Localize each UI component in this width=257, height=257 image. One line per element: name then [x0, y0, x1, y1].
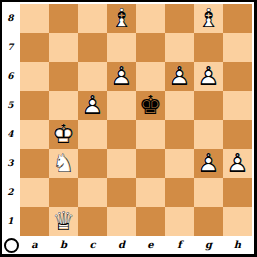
square-e1[interactable] — [136, 207, 165, 236]
chess-diagram: ♝︎♗︎♝︎♗︎♟︎♙︎♟︎♙︎♟︎♙︎♟︎♙︎♚︎♚︎♔︎♞︎♘︎♟︎♙︎♟︎… — [0, 0, 257, 257]
square-e2[interactable] — [136, 178, 165, 207]
white-to-move-indicator — [4, 238, 19, 253]
square-a6[interactable] — [20, 62, 49, 91]
square-d1[interactable] — [107, 207, 136, 236]
piece-black-king-e5: ♚︎ — [136, 91, 165, 120]
square-c7[interactable] — [78, 33, 107, 62]
square-f1[interactable] — [165, 207, 194, 236]
square-f3[interactable] — [165, 149, 194, 178]
square-g6[interactable]: ♟︎♙︎ — [194, 62, 223, 91]
square-c2[interactable] — [78, 178, 107, 207]
square-g7[interactable] — [194, 33, 223, 62]
square-c3[interactable] — [78, 149, 107, 178]
file-label-h: h — [223, 236, 252, 253]
rank-label-8: 8 — [2, 4, 19, 33]
square-g8[interactable]: ♝︎♗︎ — [194, 4, 223, 33]
square-g3[interactable]: ♟︎♙︎ — [194, 149, 223, 178]
square-b3[interactable]: ♞︎♘︎ — [49, 149, 78, 178]
square-e8[interactable] — [136, 4, 165, 33]
square-b1[interactable]: ♛︎♕︎ — [49, 207, 78, 236]
piece-white-bishop-g8: ♝︎♗︎ — [194, 4, 223, 33]
square-h4[interactable] — [223, 120, 252, 149]
file-label-g: g — [194, 236, 223, 253]
piece-white-pawn-c5: ♟︎♙︎ — [78, 91, 107, 120]
rank-label-5: 5 — [2, 91, 19, 120]
square-c5[interactable]: ♟︎♙︎ — [78, 91, 107, 120]
square-h2[interactable] — [223, 178, 252, 207]
square-a2[interactable] — [20, 178, 49, 207]
square-e4[interactable] — [136, 120, 165, 149]
square-g1[interactable] — [194, 207, 223, 236]
piece-white-bishop-d8: ♝︎♗︎ — [107, 4, 136, 33]
square-f5[interactable] — [165, 91, 194, 120]
square-d7[interactable] — [107, 33, 136, 62]
square-c4[interactable] — [78, 120, 107, 149]
rank-label-1: 1 — [2, 207, 19, 236]
square-a8[interactable] — [20, 4, 49, 33]
square-f8[interactable] — [165, 4, 194, 33]
square-h6[interactable] — [223, 62, 252, 91]
square-d8[interactable]: ♝︎♗︎ — [107, 4, 136, 33]
piece-white-king-b4: ♚︎♔︎ — [49, 120, 78, 149]
square-h3[interactable]: ♟︎♙︎ — [223, 149, 252, 178]
square-e7[interactable] — [136, 33, 165, 62]
square-f2[interactable] — [165, 178, 194, 207]
file-label-c: c — [78, 236, 107, 253]
file-label-e: e — [136, 236, 165, 253]
square-b5[interactable] — [49, 91, 78, 120]
square-f4[interactable] — [165, 120, 194, 149]
square-h8[interactable] — [223, 4, 252, 33]
rank-label-4: 4 — [2, 120, 19, 149]
square-e5[interactable]: ♚︎ — [136, 91, 165, 120]
square-b6[interactable] — [49, 62, 78, 91]
square-d6[interactable]: ♟︎♙︎ — [107, 62, 136, 91]
square-c8[interactable] — [78, 4, 107, 33]
square-a5[interactable] — [20, 91, 49, 120]
rank-label-7: 7 — [2, 33, 19, 62]
rank-label-3: 3 — [2, 149, 19, 178]
file-label-b: b — [49, 236, 78, 253]
square-e3[interactable] — [136, 149, 165, 178]
square-b7[interactable] — [49, 33, 78, 62]
piece-white-knight-b3: ♞︎♘︎ — [49, 149, 78, 178]
rank-label-6: 6 — [2, 62, 19, 91]
piece-white-queen-b1: ♛︎♕︎ — [49, 207, 78, 236]
square-d2[interactable] — [107, 178, 136, 207]
square-g5[interactable] — [194, 91, 223, 120]
square-h7[interactable] — [223, 33, 252, 62]
square-a7[interactable] — [20, 33, 49, 62]
piece-white-pawn-h3: ♟︎♙︎ — [223, 149, 252, 178]
square-e6[interactable] — [136, 62, 165, 91]
square-h5[interactable] — [223, 91, 252, 120]
square-b2[interactable] — [49, 178, 78, 207]
piece-white-pawn-d6: ♟︎♙︎ — [107, 62, 136, 91]
piece-white-pawn-f6: ♟︎♙︎ — [165, 62, 194, 91]
file-label-f: f — [165, 236, 194, 253]
square-f7[interactable] — [165, 33, 194, 62]
square-c1[interactable] — [78, 207, 107, 236]
file-label-d: d — [107, 236, 136, 253]
piece-white-pawn-g6: ♟︎♙︎ — [194, 62, 223, 91]
square-d5[interactable] — [107, 91, 136, 120]
square-a1[interactable] — [20, 207, 49, 236]
square-b4[interactable]: ♚︎♔︎ — [49, 120, 78, 149]
square-a3[interactable] — [20, 149, 49, 178]
square-c6[interactable] — [78, 62, 107, 91]
file-label-a: a — [20, 236, 49, 253]
square-d4[interactable] — [107, 120, 136, 149]
square-b8[interactable] — [49, 4, 78, 33]
square-f6[interactable]: ♟︎♙︎ — [165, 62, 194, 91]
square-d3[interactable] — [107, 149, 136, 178]
square-g2[interactable] — [194, 178, 223, 207]
square-h1[interactable] — [223, 207, 252, 236]
square-a4[interactable] — [20, 120, 49, 149]
piece-white-pawn-g3: ♟︎♙︎ — [194, 149, 223, 178]
square-g4[interactable] — [194, 120, 223, 149]
chess-board: ♝︎♗︎♝︎♗︎♟︎♙︎♟︎♙︎♟︎♙︎♟︎♙︎♚︎♚︎♔︎♞︎♘︎♟︎♙︎♟︎… — [20, 4, 252, 236]
rank-label-2: 2 — [2, 178, 19, 207]
